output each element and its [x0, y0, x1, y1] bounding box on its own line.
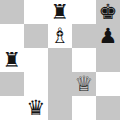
square-r3c1[interactable]: [24, 72, 48, 96]
square-r3c3[interactable]: ♕: [72, 72, 96, 96]
square-r3c4[interactable]: [96, 72, 120, 96]
chess-board: ♜♚♗♟♜♕♛: [0, 0, 120, 120]
square-r1c3[interactable]: [72, 24, 96, 48]
square-r1c2[interactable]: ♗: [48, 24, 72, 48]
square-r0c3[interactable]: [72, 0, 96, 24]
black-rook-piece: ♜: [51, 0, 70, 24]
white-queen-piece: ♕: [75, 72, 94, 96]
square-r2c3[interactable]: [72, 48, 96, 72]
square-r0c0[interactable]: [0, 0, 24, 24]
square-r0c2[interactable]: ♜: [48, 0, 72, 24]
square-r4c2[interactable]: [48, 96, 72, 120]
black-pawn-piece: ♟: [99, 24, 118, 48]
square-r0c4[interactable]: ♚: [96, 0, 120, 24]
square-r3c0[interactable]: [0, 72, 24, 96]
square-r2c2[interactable]: [48, 48, 72, 72]
square-r2c1[interactable]: [24, 48, 48, 72]
square-r2c4[interactable]: [96, 48, 120, 72]
square-r4c0[interactable]: [0, 96, 24, 120]
square-r1c1[interactable]: [24, 24, 48, 48]
square-r1c4[interactable]: ♟: [96, 24, 120, 48]
square-r3c2[interactable]: [48, 72, 72, 96]
square-r4c4[interactable]: [96, 96, 120, 120]
black-queen-piece: ♛: [27, 96, 46, 120]
square-r4c3[interactable]: [72, 96, 96, 120]
square-r0c1[interactable]: [24, 0, 48, 24]
black-king-piece: ♚: [99, 0, 118, 24]
square-r4c1[interactable]: ♛: [24, 96, 48, 120]
black-rook-piece: ♜: [3, 48, 22, 72]
square-r2c0[interactable]: ♜: [0, 48, 24, 72]
square-r1c0[interactable]: [0, 24, 24, 48]
white-bishop-piece: ♗: [51, 24, 70, 48]
